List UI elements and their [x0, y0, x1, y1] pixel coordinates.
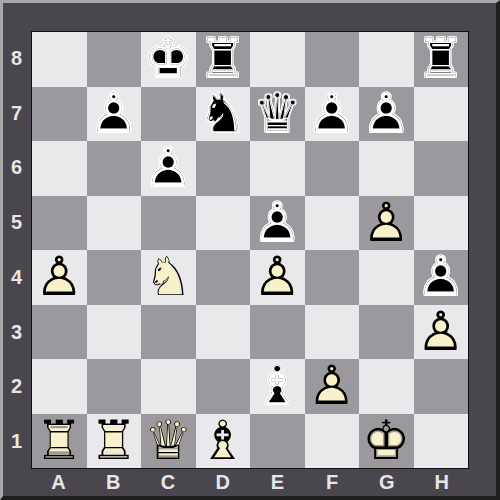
square-d3[interactable] — [196, 305, 251, 360]
square-f3[interactable] — [305, 305, 360, 360]
square-g4[interactable] — [359, 250, 414, 305]
square-c3[interactable] — [141, 305, 196, 360]
square-g6[interactable] — [359, 141, 414, 196]
square-e7[interactable]: ♛♕ — [250, 87, 305, 142]
square-a8[interactable] — [32, 32, 87, 87]
square-d4[interactable] — [196, 250, 251, 305]
file-labels: ABCDEFGH — [31, 470, 469, 495]
piece-white-knight: ♞♘ — [141, 250, 196, 305]
square-e2[interactable]: ♝♗ — [250, 359, 305, 414]
square-a7[interactable] — [32, 87, 87, 142]
square-f1[interactable] — [305, 414, 360, 469]
rank-label-6: 6 — [3, 141, 30, 196]
piece-white-pawn: ♟♙ — [414, 305, 469, 360]
square-b8[interactable] — [87, 32, 142, 87]
square-c8[interactable]: ♚♔ — [141, 32, 196, 87]
square-d2[interactable] — [196, 359, 251, 414]
square-h3[interactable]: ♟♙ — [414, 305, 469, 360]
square-a2[interactable] — [32, 359, 87, 414]
square-b2[interactable] — [87, 359, 142, 414]
square-a3[interactable] — [32, 305, 87, 360]
square-h1[interactable] — [414, 414, 469, 469]
square-f7[interactable]: ♟♙ — [305, 87, 360, 142]
square-f6[interactable] — [305, 141, 360, 196]
piece-black-queen: ♛♕ — [250, 87, 305, 142]
piece-white-pawn: ♟♙ — [359, 196, 414, 251]
piece-black-pawn: ♟♙ — [305, 87, 360, 142]
square-c2[interactable] — [141, 359, 196, 414]
square-b6[interactable] — [87, 141, 142, 196]
chessboard-frame: 87654321 ♚♔♜♖♜♖♟♙♞♘♛♕♟♙♟♙♟♙♟♙♟♙♟♙♞♘♟♙♟♙♟… — [0, 0, 500, 500]
file-label-b: B — [86, 470, 141, 495]
file-label-c: C — [141, 470, 196, 495]
piece-black-pawn: ♟♙ — [250, 196, 305, 251]
file-label-a: A — [31, 470, 86, 495]
file-label-g: G — [360, 470, 415, 495]
square-g2[interactable] — [359, 359, 414, 414]
square-d1[interactable]: ♝♗ — [196, 414, 251, 469]
square-d5[interactable] — [196, 196, 251, 251]
rank-label-5: 5 — [3, 195, 30, 250]
square-f2[interactable]: ♟♙ — [305, 359, 360, 414]
square-e8[interactable] — [250, 32, 305, 87]
piece-white-bishop: ♝♗ — [196, 414, 251, 469]
square-c6[interactable]: ♟♙ — [141, 141, 196, 196]
board: ♚♔♜♖♜♖♟♙♞♘♛♕♟♙♟♙♟♙♟♙♟♙♟♙♞♘♟♙♟♙♟♙♝♗♟♙♜♖♜♖… — [31, 31, 469, 469]
rank-label-3: 3 — [3, 305, 30, 360]
square-d8[interactable]: ♜♖ — [196, 32, 251, 87]
square-b4[interactable] — [87, 250, 142, 305]
square-c4[interactable]: ♞♘ — [141, 250, 196, 305]
square-h6[interactable] — [414, 141, 469, 196]
file-label-h: H — [414, 470, 469, 495]
square-a1[interactable]: ♜♖ — [32, 414, 87, 469]
square-c1[interactable]: ♛♕ — [141, 414, 196, 469]
square-g8[interactable] — [359, 32, 414, 87]
piece-white-pawn: ♟♙ — [305, 359, 360, 414]
square-a5[interactable] — [32, 196, 87, 251]
square-f4[interactable] — [305, 250, 360, 305]
square-f5[interactable] — [305, 196, 360, 251]
file-label-d: D — [195, 470, 250, 495]
piece-white-rook: ♜♖ — [32, 414, 87, 469]
square-g7[interactable]: ♟♙ — [359, 87, 414, 142]
square-e5[interactable]: ♟♙ — [250, 196, 305, 251]
piece-white-queen: ♛♕ — [141, 414, 196, 469]
piece-black-pawn: ♟♙ — [87, 87, 142, 142]
rank-labels: 87654321 — [3, 31, 30, 469]
piece-black-pawn: ♟♙ — [359, 87, 414, 142]
square-e6[interactable] — [250, 141, 305, 196]
square-d6[interactable] — [196, 141, 251, 196]
piece-black-pawn: ♟♙ — [141, 141, 196, 196]
square-e3[interactable] — [250, 305, 305, 360]
rank-label-1: 1 — [3, 414, 30, 469]
square-b5[interactable] — [87, 196, 142, 251]
piece-white-pawn: ♟♙ — [32, 250, 87, 305]
square-a4[interactable]: ♟♙ — [32, 250, 87, 305]
square-b7[interactable]: ♟♙ — [87, 87, 142, 142]
piece-black-knight: ♞♘ — [196, 87, 251, 142]
square-c5[interactable] — [141, 196, 196, 251]
square-h4[interactable]: ♟♙ — [414, 250, 469, 305]
piece-black-king: ♚♔ — [141, 32, 196, 87]
rank-label-4: 4 — [3, 250, 30, 305]
square-h5[interactable] — [414, 196, 469, 251]
square-g5[interactable]: ♟♙ — [359, 196, 414, 251]
square-d7[interactable]: ♞♘ — [196, 87, 251, 142]
square-b3[interactable] — [87, 305, 142, 360]
square-h2[interactable] — [414, 359, 469, 414]
rank-label-7: 7 — [3, 86, 30, 141]
piece-white-rook: ♜♖ — [87, 414, 142, 469]
square-h7[interactable] — [414, 87, 469, 142]
piece-white-pawn: ♟♙ — [250, 250, 305, 305]
square-f8[interactable] — [305, 32, 360, 87]
square-h8[interactable]: ♜♖ — [414, 32, 469, 87]
square-e4[interactable]: ♟♙ — [250, 250, 305, 305]
piece-white-king: ♚♔ — [359, 414, 414, 469]
file-label-f: F — [305, 470, 360, 495]
piece-black-pawn: ♟♙ — [414, 250, 469, 305]
square-c7[interactable] — [141, 87, 196, 142]
rank-label-2: 2 — [3, 360, 30, 415]
piece-black-bishop: ♝♗ — [250, 359, 305, 414]
piece-black-rook: ♜♖ — [196, 32, 251, 87]
square-e1[interactable] — [250, 414, 305, 469]
file-label-e: E — [250, 470, 305, 495]
square-g1[interactable]: ♚♔ — [359, 414, 414, 469]
piece-black-rook: ♜♖ — [414, 32, 469, 87]
square-g3[interactable] — [359, 305, 414, 360]
square-b1[interactable]: ♜♖ — [87, 414, 142, 469]
square-a6[interactable] — [32, 141, 87, 196]
rank-label-8: 8 — [3, 31, 30, 86]
